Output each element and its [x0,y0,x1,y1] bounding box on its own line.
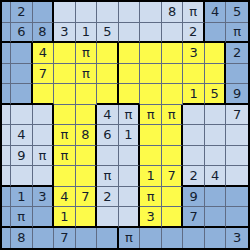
cell-r5c7[interactable]: π [140,105,162,126]
cell-r1c0[interactable] [2,23,11,44]
cell-r5c10[interactable] [205,105,227,126]
cell-r0c5[interactable] [97,2,119,23]
cell-r6c10[interactable] [205,125,227,146]
cell-r8c7[interactable]: 1 [140,166,162,187]
cell-r5c4[interactable] [76,105,98,126]
cell-r11c10[interactable] [205,228,227,249]
cell-r5c0[interactable] [2,105,11,126]
cell-r6c4[interactable]: 8 [76,125,98,146]
cell-r11c3[interactable]: 7 [54,228,76,249]
cell-r0c1[interactable]: 2 [11,2,33,23]
cell-r6c11[interactable] [226,125,248,146]
cell-r10c7[interactable]: 3 [140,207,162,228]
cell-r1c3[interactable]: 3 [54,23,76,44]
cell-r2c3[interactable] [54,43,76,64]
cell-r6c6[interactable]: 1 [119,125,141,146]
cell-r8c0[interactable] [2,166,11,187]
cell-r4c0[interactable] [2,84,11,105]
cell-r5c5[interactable]: 4 [97,105,119,126]
cell-r6c8[interactable] [162,125,184,146]
cell-r3c3[interactable] [54,64,76,85]
cell-r4c5[interactable] [97,84,119,105]
cell-r9c2[interactable]: 3 [33,187,55,208]
cell-r2c0[interactable] [2,43,11,64]
cell-r11c11[interactable]: 3 [226,228,248,249]
cell-r4c7[interactable] [140,84,162,105]
cell-r9c0[interactable] [2,187,11,208]
cell-r3c7[interactable] [140,64,162,85]
cell-r9c5[interactable]: 2 [97,187,119,208]
cell-r2c2[interactable]: 4 [33,43,55,64]
cell-r10c10[interactable] [205,207,227,228]
cell-r5c3[interactable] [54,105,76,126]
cell-r1c5[interactable]: 5 [97,23,119,44]
cell-r8c4[interactable] [76,166,98,187]
cell-r6c3[interactable]: π [54,125,76,146]
cell-r4c10[interactable]: 5 [205,84,227,105]
cell-r7c11[interactable] [226,146,248,167]
cell-r6c0[interactable] [2,125,11,146]
cell-r7c4[interactable] [76,146,98,167]
cell-r4c11[interactable]: 9 [226,84,248,105]
cell-r0c3[interactable] [54,2,76,23]
cell-r4c8[interactable] [162,84,184,105]
cell-r9c4[interactable]: 7 [76,187,98,208]
cell-r7c8[interactable] [162,146,184,167]
cell-r11c6[interactable]: π [119,228,141,249]
cell-r11c2[interactable] [33,228,55,249]
cell-r4c3[interactable] [54,84,76,105]
cell-r3c10[interactable] [205,64,227,85]
cell-r2c7[interactable] [140,43,162,64]
cell-r9c6[interactable] [119,187,141,208]
cell-r6c1[interactable]: 4 [11,125,33,146]
cell-r2c10[interactable] [205,43,227,64]
cell-r3c0[interactable] [2,64,11,85]
cell-r3c6[interactable] [119,64,141,85]
cell-r10c0[interactable] [2,207,11,228]
cell-r9c8[interactable] [162,187,184,208]
cell-r11c0[interactable] [2,228,11,249]
cell-r0c8[interactable]: 8 [162,2,184,23]
cell-r2c8[interactable] [162,43,184,64]
cell-r8c2[interactable] [33,166,55,187]
cell-r5c9[interactable] [183,105,205,126]
cell-r3c2[interactable]: 7 [33,64,55,85]
cell-r7c2[interactable]: π [33,146,55,167]
cell-r8c9[interactable]: 2 [183,166,205,187]
cell-r4c9[interactable]: 1 [183,84,205,105]
cell-r1c1[interactable]: 6 [11,23,33,44]
cell-r5c2[interactable] [33,105,55,126]
cell-r5c11[interactable]: 7 [226,105,248,126]
cell-r11c5[interactable] [97,228,119,249]
cell-r1c8[interactable] [162,23,184,44]
cell-r3c11[interactable] [226,64,248,85]
cell-r9c3[interactable]: 4 [54,187,76,208]
cell-r3c5[interactable] [97,64,119,85]
cell-r10c1[interactable]: π [11,207,33,228]
cell-r11c1[interactable]: 8 [11,228,33,249]
cell-r1c6[interactable] [119,23,141,44]
cell-r3c8[interactable] [162,64,184,85]
cell-r5c6[interactable]: π [119,105,141,126]
cell-r4c4[interactable] [76,84,98,105]
cell-r1c2[interactable]: 8 [33,23,55,44]
cell-r0c7[interactable] [140,2,162,23]
cell-r3c4[interactable]: π [76,64,98,85]
cell-r8c1[interactable] [11,166,33,187]
cell-r10c5[interactable] [97,207,119,228]
cell-r0c2[interactable] [33,2,55,23]
cell-r11c4[interactable] [76,228,98,249]
cell-r4c1[interactable] [11,84,33,105]
cell-r9c9[interactable]: 9 [183,187,205,208]
cell-r8c3[interactable] [54,166,76,187]
cell-r9c1[interactable]: 1 [11,187,33,208]
cell-r7c7[interactable] [140,146,162,167]
cell-r6c7[interactable] [140,125,162,146]
cell-r0c10[interactable]: 4 [205,2,227,23]
cell-r0c9[interactable]: π [183,2,205,23]
cell-r10c11[interactable] [226,207,248,228]
cell-r7c5[interactable] [97,146,119,167]
cell-r10c6[interactable] [119,207,141,228]
cell-r10c9[interactable]: 7 [183,207,205,228]
cell-r7c0[interactable] [2,146,11,167]
cell-r3c9[interactable] [183,64,205,85]
cell-r5c8[interactable]: π [162,105,184,126]
cell-r1c11[interactable]: π [226,23,248,44]
cell-r7c6[interactable] [119,146,141,167]
cell-r8c8[interactable]: 7 [162,166,184,187]
cell-r1c4[interactable]: 1 [76,23,98,44]
cell-r1c7[interactable] [140,23,162,44]
cell-r1c9[interactable]: 2 [183,23,205,44]
cell-r11c7[interactable] [140,228,162,249]
cell-r7c1[interactable]: 9 [11,146,33,167]
cell-r10c2[interactable] [33,207,55,228]
cell-r0c6[interactable] [119,2,141,23]
cell-r8c5[interactable]: π [97,166,119,187]
cell-r9c7[interactable]: π [140,187,162,208]
cell-r2c1[interactable] [11,43,33,64]
cell-r11c8[interactable] [162,228,184,249]
cell-r8c6[interactable] [119,166,141,187]
cell-r8c11[interactable] [226,166,248,187]
cell-r7c3[interactable]: π [54,146,76,167]
sudoku-board: 28π45683152π4π327π1594πππ74π8619πππ17241… [0,0,250,250]
cell-r4c6[interactable] [119,84,141,105]
cell-r6c5[interactable]: 6 [97,125,119,146]
cell-r9c11[interactable] [226,187,248,208]
cell-r5c1[interactable] [11,105,33,126]
cell-r10c8[interactable] [162,207,184,228]
cell-r2c11[interactable]: 2 [226,43,248,64]
cell-r2c9[interactable]: 3 [183,43,205,64]
cell-r2c6[interactable] [119,43,141,64]
cell-r2c5[interactable] [97,43,119,64]
cell-r0c0[interactable] [2,2,11,23]
cell-r7c10[interactable] [205,146,227,167]
cell-r1c10[interactable] [205,23,227,44]
cell-r10c3[interactable]: 1 [54,207,76,228]
cell-r4c2[interactable] [33,84,55,105]
cell-r6c9[interactable] [183,125,205,146]
cell-r11c9[interactable] [183,228,205,249]
cell-r6c2[interactable] [33,125,55,146]
cell-r2c4[interactable]: π [76,43,98,64]
cell-r0c4[interactable] [76,2,98,23]
cell-r9c10[interactable] [205,187,227,208]
cell-r0c11[interactable]: 5 [226,2,248,23]
cell-r10c4[interactable] [76,207,98,228]
cell-r3c1[interactable] [11,64,33,85]
cell-r7c9[interactable] [183,146,205,167]
cell-r8c10[interactable]: 4 [205,166,227,187]
